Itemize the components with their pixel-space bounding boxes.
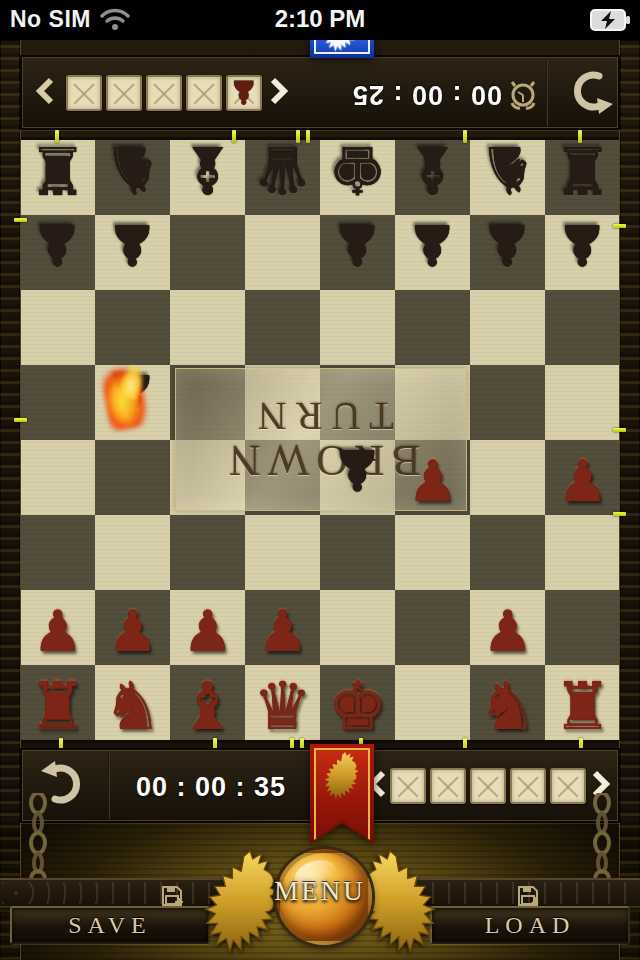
stitch-mark — [232, 130, 236, 143]
black-pawn: ♟ — [332, 207, 383, 282]
black-pawn: ♟ — [32, 207, 83, 282]
square-h3[interactable] — [545, 515, 620, 590]
square-d6[interactable] — [245, 290, 320, 365]
square-b8[interactable]: ♞ — [95, 140, 170, 215]
square-e6[interactable] — [320, 290, 395, 365]
square-g3[interactable] — [470, 515, 545, 590]
square-a5[interactable] — [20, 365, 95, 440]
square-h7[interactable]: ♟ — [545, 215, 620, 290]
brown-king: ♚ — [328, 669, 387, 744]
black-knight: ♞ — [103, 132, 162, 207]
captured-slot-5 — [550, 768, 586, 804]
square-g4[interactable] — [470, 440, 545, 515]
captured-slot-1 — [66, 75, 102, 111]
square-b2[interactable]: ♟ — [95, 590, 170, 665]
square-f7[interactable]: ♟ — [395, 215, 470, 290]
square-b5[interactable]: ♟ — [95, 365, 170, 440]
square-d8[interactable]: ♛ — [245, 140, 320, 215]
square-h4[interactable]: ♟ — [545, 440, 620, 515]
brown-turn-banner-red-lion — [310, 744, 374, 844]
square-h1[interactable]: ♜ — [545, 665, 620, 740]
black-pawn: ♟ — [482, 207, 533, 282]
captured-tray-brown — [390, 768, 586, 804]
square-g2[interactable]: ♟ — [470, 590, 545, 665]
square-e8[interactable]: ♚ — [320, 140, 395, 215]
square-a7[interactable]: ♟ — [20, 215, 95, 290]
brown-queen: ♛ — [253, 669, 312, 744]
square-d7[interactable] — [245, 215, 320, 290]
stitch-mark — [306, 130, 310, 143]
left-frame-edge — [0, 40, 21, 960]
captured-slot-5: ♟ — [226, 75, 262, 111]
right-frame-edge — [619, 40, 640, 960]
square-f8[interactable]: ♝ — [395, 140, 470, 215]
brown-rook: ♜ — [553, 669, 612, 744]
brown-pawn: ♟ — [407, 444, 458, 519]
square-a2[interactable]: ♟ — [20, 590, 95, 665]
brown-knight: ♞ — [103, 669, 162, 744]
black-pawn: ♟ — [557, 207, 608, 282]
black-pawn: ♟ — [107, 357, 158, 432]
square-h5[interactable] — [545, 365, 620, 440]
save-button[interactable]: SAVE — [10, 906, 210, 944]
captured-tray-black: ♟ — [66, 75, 262, 111]
square-h2[interactable] — [545, 590, 620, 665]
status-time: 2:10 PM — [0, 5, 640, 33]
captured-slot-1 — [390, 768, 426, 804]
status-bar: No SIM 2:10 PM — [0, 0, 640, 40]
black-timer: 00 : 00 : 25 — [352, 79, 502, 110]
square-b7[interactable]: ♟ — [95, 215, 170, 290]
square-e2[interactable] — [320, 590, 395, 665]
turn-overlay-line2: TURN — [222, 395, 421, 437]
stitch-mark — [296, 130, 300, 143]
brown-knight: ♞ — [478, 669, 537, 744]
black-bishop: ♝ — [403, 132, 462, 207]
black-pawn: ♟ — [107, 207, 158, 282]
stitch-mark — [613, 224, 626, 228]
black-knight: ♞ — [478, 132, 537, 207]
square-d1[interactable]: ♛ — [245, 665, 320, 740]
square-a1[interactable]: ♜ — [20, 665, 95, 740]
stitch-mark — [14, 418, 27, 422]
square-c6[interactable] — [170, 290, 245, 365]
square-b1[interactable]: ♞ — [95, 665, 170, 740]
chain-right — [590, 793, 614, 889]
square-a6[interactable] — [20, 290, 95, 365]
brown-pawn: ♟ — [557, 444, 608, 519]
gold-lion-icon — [321, 752, 363, 802]
square-a4[interactable] — [20, 440, 95, 515]
chess-board: ♜♞♝♛♚♝♞♜♟♟♟♟♟♟♟♟♟♟♟♟♟♟♟♜♞♝♛♚♞♜ BROWN TUR… — [20, 137, 620, 743]
alarm-clock-icon — [508, 77, 538, 113]
square-g8[interactable]: ♞ — [470, 140, 545, 215]
square-h8[interactable]: ♜ — [545, 140, 620, 215]
captured-slot-4 — [186, 75, 222, 111]
stitch-mark — [55, 130, 59, 143]
square-f6[interactable] — [395, 290, 470, 365]
square-g1[interactable]: ♞ — [470, 665, 545, 740]
brown-pawn: ♟ — [182, 594, 233, 669]
square-c2[interactable]: ♟ — [170, 590, 245, 665]
captured-next-chevron-top[interactable] — [268, 76, 290, 110]
black-rook: ♜ — [553, 132, 612, 207]
brown-pawn: ♟ — [482, 594, 533, 669]
black-king: ♚ — [328, 132, 387, 207]
black-timer-group: 00 : 00 : 25 — [352, 57, 538, 132]
square-d2[interactable]: ♟ — [245, 590, 320, 665]
square-f3[interactable] — [395, 515, 470, 590]
square-b6[interactable] — [95, 290, 170, 365]
menu-orb-button[interactable] — [276, 849, 372, 945]
square-c8[interactable]: ♝ — [170, 140, 245, 215]
captured-prev-chevron-top[interactable] — [34, 76, 56, 110]
captured-brown-pawn: ♟ — [229, 76, 259, 109]
square-a3[interactable] — [20, 515, 95, 590]
captured-slot-2 — [106, 75, 142, 111]
square-a8[interactable]: ♜ — [20, 140, 95, 215]
brown-timer-group: 00 : 00 : 35 — [126, 750, 296, 825]
square-c7[interactable] — [170, 215, 245, 290]
captured-slot-4 — [510, 768, 546, 804]
brown-player-bar: 00 : 00 : 35 — [20, 748, 620, 823]
stitch-mark — [578, 130, 582, 143]
square-c3[interactable] — [170, 515, 245, 590]
app-screen: No SIM 2:10 PM ♟ — [0, 0, 640, 960]
square-g5[interactable] — [470, 365, 545, 440]
captured-slot-2 — [430, 768, 466, 804]
battery-charging-icon — [590, 7, 632, 37]
black-player-bar: ♟ 00 : 00 : 25 — [20, 55, 620, 130]
brown-pawn: ♟ — [257, 594, 308, 669]
square-h6[interactable] — [545, 290, 620, 365]
brown-rook: ♜ — [28, 669, 87, 744]
black-queen: ♛ — [253, 132, 312, 207]
stitch-mark — [14, 218, 27, 222]
square-e7[interactable]: ♟ — [320, 215, 395, 290]
brown-pawn: ♟ — [32, 594, 83, 669]
square-d3[interactable] — [245, 515, 320, 590]
brown-timer: 00 : 00 : 35 — [136, 772, 286, 803]
brown-pawn: ♟ — [107, 594, 158, 669]
square-g7[interactable]: ♟ — [470, 215, 545, 290]
gold-lion-left-icon — [203, 851, 283, 960]
chain-left — [26, 793, 50, 889]
black-rook: ♜ — [28, 132, 87, 207]
stitch-mark — [613, 512, 626, 516]
black-pawn: ♟ — [407, 207, 458, 282]
square-f1[interactable] — [395, 665, 470, 740]
square-f2[interactable] — [395, 590, 470, 665]
captured-slot-3 — [146, 75, 182, 111]
square-c1[interactable]: ♝ — [170, 665, 245, 740]
square-e1[interactable]: ♚ — [320, 665, 395, 740]
square-g6[interactable] — [470, 290, 545, 365]
square-e3[interactable] — [320, 515, 395, 590]
square-b4[interactable] — [95, 440, 170, 515]
turn-overlay-line1: BROWN — [222, 437, 421, 483]
rotate-board-button-top[interactable] — [564, 67, 616, 119]
square-b3[interactable] — [95, 515, 170, 590]
captured-slot-3 — [470, 768, 506, 804]
brown-bishop: ♝ — [178, 669, 237, 744]
load-button[interactable]: LOAD — [430, 906, 630, 944]
black-bishop: ♝ — [178, 132, 237, 207]
black-pawn: ♟ — [332, 432, 383, 507]
stitch-mark — [613, 428, 626, 432]
